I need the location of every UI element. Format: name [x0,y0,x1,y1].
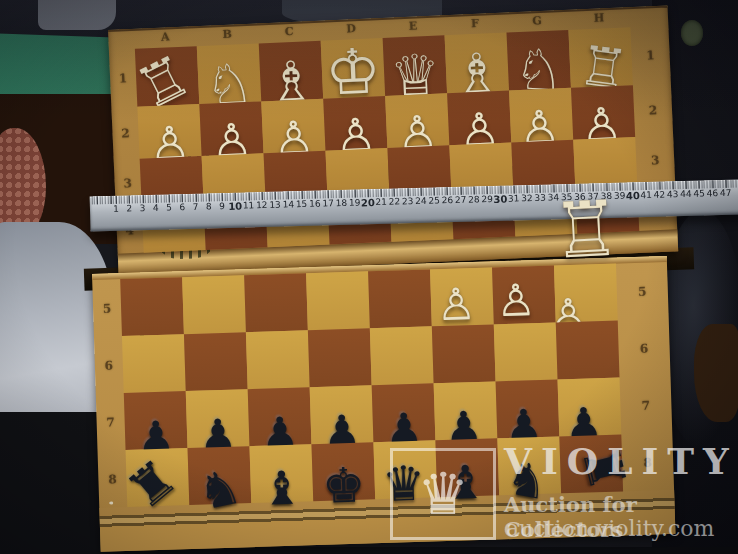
auction-photo-chess-set: ABCDEFGH1♖♘♗♔♕♗♘♖12♙♙♙♙♙♙♙♙23344 5♙♙♙566… [0,0,738,554]
square-a1[interactable]: ♖ [135,46,199,107]
rank-label-7: 7 [620,376,673,435]
piece-black-king-d8[interactable]: ♚ [321,461,366,510]
ruler-cm-11: 11 [243,200,255,210]
square-d8[interactable]: ♚ [311,442,375,501]
square-e2[interactable]: ♙ [385,93,449,148]
piece-white-pawn-g5[interactable]: ♙ [496,278,537,323]
piece-black-knight-g8[interactable]: ♞ [503,454,552,507]
square-d1[interactable]: ♔ [321,38,385,99]
ruler-cm-10: 10 [228,201,242,212]
background-gray-object [38,0,116,30]
ruler-cm-5: 5 [166,202,172,212]
ruler-cm-13: 13 [269,200,281,210]
file-label: H [568,7,631,30]
square-c8[interactable]: ♝ [249,444,313,503]
square-g7[interactable]: ♟ [496,379,560,438]
square-h2[interactable]: ♙ [571,85,635,140]
rank-label-6: 6 [94,336,124,394]
square-h3[interactable] [573,137,637,188]
rank-label-1: 1 [630,26,670,86]
rank-label-6: 6 [618,319,671,378]
square-c7[interactable]: ♟ [248,387,312,446]
ruler-cm-31: 31 [508,193,520,203]
ruler-cm-8: 8 [206,201,212,211]
ruler-cm-41: 41 [640,190,652,200]
background-brown-pot [694,324,738,422]
square-f6[interactable] [432,324,496,383]
ruler-cm-6: 6 [179,202,185,212]
square-f8[interactable]: ♝ [435,438,499,497]
ruler-cm-14: 14 [282,199,294,209]
square-b8[interactable]: ♞ [188,446,252,505]
ruler-cm-26: 26 [442,195,454,205]
square-c1[interactable]: ♗ [259,41,323,102]
square-f7[interactable]: ♟ [434,381,498,440]
square-e5[interactable] [368,269,432,328]
ruler-cm-7: 7 [193,202,199,212]
rank-label-5: 5 [616,262,669,321]
ruler-cm-12: 12 [256,200,268,210]
ruler-cm-3: 3 [139,203,145,213]
piece-white-pawn-f5[interactable]: ♙ [436,282,477,327]
ruler-cm-45: 45 [693,188,705,198]
ruler-cm-19: 19 [349,197,361,207]
square-h8[interactable]: ♜ [559,434,623,493]
ruler-cm-47: 47 [720,188,732,198]
rank-label-8: 8 [621,433,674,492]
square-b6[interactable] [184,332,248,391]
extra-white-rook-h4-wrap: ♖ [552,192,620,260]
ruler-cm-42: 42 [654,190,666,200]
ruler-cm-46: 46 [707,188,719,198]
ruler-cm-27: 27 [455,195,467,205]
extra-white-rook-h4[interactable]: ♖ [550,190,622,269]
square-f1[interactable]: ♗ [445,33,509,94]
square-f2[interactable]: ♙ [447,91,511,146]
ruler-cm-30: 30 [493,194,507,205]
square-g6[interactable] [494,322,558,381]
background-jar-lid [681,20,703,46]
square-e8[interactable]: ♛ [373,440,437,499]
rank-label-5: 5 [92,279,122,337]
ruler-cm-17: 17 [322,198,334,208]
piece-black-knight-b8[interactable]: ♞ [194,461,246,517]
rank-label-7: 7 [96,393,126,451]
square-d6[interactable] [308,328,372,387]
square-a8[interactable]: ♜ [126,448,190,507]
rank-label-2: 2 [111,107,139,160]
piece-black-queen-e8[interactable]: ♛ [381,459,426,508]
ruler-cm-16: 16 [309,199,321,209]
ruler-cm-22: 22 [388,196,400,206]
ruler-cm-25: 25 [428,195,440,205]
square-a6[interactable] [122,334,186,393]
square-h6[interactable] [556,321,620,380]
square-h1[interactable]: ♖ [568,27,632,88]
square-e6[interactable] [370,326,434,385]
file-label: B [196,23,259,46]
square-b7[interactable]: ♟ [186,389,250,448]
square-a2[interactable]: ♙ [137,104,201,159]
photo-scene: ABCDEFGH1♖♘♗♔♕♗♘♖12♙♙♙♙♙♙♙♙23344 5♙♙♙566… [0,0,738,554]
square-d5[interactable] [306,271,370,330]
rank-label-3: 3 [635,135,675,185]
square-d2[interactable]: ♙ [323,96,387,151]
ruler-cm-18: 18 [335,198,347,208]
ruler-cm-44: 44 [680,189,692,199]
square-g5[interactable]: ♙ [492,265,556,324]
square-g1[interactable]: ♘ [506,30,570,91]
ruler-cm-21: 21 [375,197,387,207]
square-h7[interactable]: ♟ [558,377,622,436]
piece-white-king-d1[interactable]: ♔ [324,40,382,104]
ruler-cm-43: 43 [667,189,679,199]
square-f5[interactable]: ♙ [430,267,494,326]
ruler-cm-29: 29 [481,194,493,204]
ruler-cm-33: 33 [534,193,546,203]
file-label: E [382,15,445,38]
ruler-cm-2: 2 [126,203,132,213]
ruler-cm-28: 28 [468,194,480,204]
square-g2[interactable]: ♙ [509,88,573,143]
rank-label-2: 2 [633,83,673,137]
ruler-cm-20: 20 [361,197,375,208]
square-b1[interactable]: ♘ [197,43,261,104]
square-d7[interactable]: ♟ [310,385,374,444]
file-label: F [444,13,507,36]
chess-board-bottom-half: 5♙♙♙5667♟♟♟♟♟♟♟♟78♜♞♝♚♛♝♞♜8 [92,256,675,552]
piece-black-bishop-c8[interactable]: ♝ [260,465,303,512]
square-e1[interactable]: ♕ [383,35,447,96]
ruler-cm-1: 1 [113,204,119,214]
ruler-cm-15: 15 [296,199,308,209]
square-b2[interactable]: ♙ [199,101,263,156]
square-c6[interactable] [246,330,310,389]
square-e7[interactable]: ♟ [372,383,436,442]
square-g8[interactable]: ♞ [497,436,561,495]
ruler-cm-9: 9 [219,201,225,211]
file-label: C [258,21,321,44]
ruler-cm-40: 40 [626,190,640,201]
file-label: G [506,10,569,33]
square-b5[interactable] [182,275,246,334]
square-c2[interactable]: ♙ [261,99,325,154]
ruler-cm-32: 32 [521,193,533,203]
piece-black-bishop-f8[interactable]: ♝ [444,459,487,506]
square-g3[interactable] [511,140,575,191]
square-c5[interactable] [244,273,308,332]
ruler-cm-23: 23 [402,196,414,206]
square-a5[interactable] [120,277,184,336]
ruler-cm-4: 4 [153,203,159,213]
ruler-cm-24: 24 [415,196,427,206]
square-a7[interactable]: ♟ [124,391,188,450]
